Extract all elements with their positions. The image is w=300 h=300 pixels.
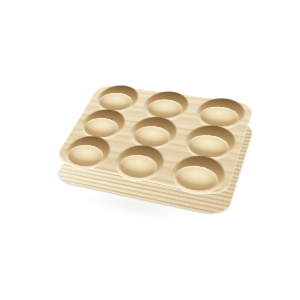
product-photo: [0, 0, 300, 300]
